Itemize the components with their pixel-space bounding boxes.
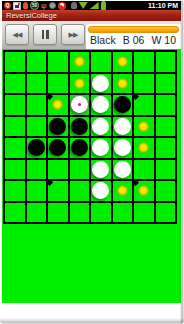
board-cell-f5[interactable] [113,138,133,158]
black-disc [49,139,66,156]
board-cell-b8[interactable] [27,203,47,223]
board-cell-a5[interactable] [5,138,25,158]
legal-move-dot[interactable] [138,185,149,196]
white-disc [114,118,131,135]
board-cell-g5[interactable] [134,138,154,158]
phone-screen: Q 50 ψ 11:10 PM ReversiCollege ◀◀ [2,1,181,303]
score-panel: Black B 06 W 10 [86,24,181,49]
board-cell-g2[interactable] [134,74,154,94]
black-score: B 06 [123,34,145,46]
white-disc [92,75,109,92]
board-cell-d4[interactable] [70,117,90,137]
legal-move-dot[interactable] [74,56,85,67]
board-cell-h6[interactable] [156,160,176,180]
board-cell-a2[interactable] [5,74,25,94]
board-cell-a7[interactable] [5,181,25,201]
signal-icon [90,2,99,9]
board-cell-h4[interactable] [156,117,176,137]
board-cell-d3[interactable] [70,95,90,115]
board-cell-e1[interactable] [91,52,111,72]
rewind-icon: ◀◀ [13,31,22,38]
status-bar: Q 50 ψ 11:10 PM [2,1,181,10]
board-cell-c4[interactable] [48,117,68,137]
person-notification-icon [23,2,28,9]
board-cell-b5[interactable] [27,138,47,158]
app-title: ReversiCollege [6,11,57,20]
board-cell-h5[interactable] [156,138,176,158]
toolbar: ◀◀ ▶▶ Black B 06 W 10 [2,21,181,49]
white-disc [92,139,109,156]
board-cell-f8[interactable] [113,203,133,223]
turn-indicator: Black [90,34,116,46]
battery-icon [101,2,106,10]
last-move-marker [78,103,81,106]
mute-icon [49,2,56,9]
battery-percent-icon: 50 [30,1,39,10]
board-cell-f6[interactable] [113,160,133,180]
white-disc [114,161,131,178]
board-cell-c8[interactable] [48,203,68,223]
legal-move-dot[interactable] [117,185,128,196]
gallery-app-icon [13,2,21,10]
board-cell-d2[interactable] [70,74,90,94]
white-disc [92,118,109,135]
board-cell-e2[interactable] [91,74,111,94]
board-cell-g4[interactable] [134,117,154,137]
board-cell-d7[interactable] [70,181,90,201]
board-cell-h2[interactable] [156,74,176,94]
black-disc [114,96,131,113]
white-disc [114,139,131,156]
wifi-icon [79,2,88,9]
board-cell-b4[interactable] [27,117,47,137]
board-cell-e6[interactable] [91,160,111,180]
progress-bar [88,26,179,33]
board-cell-a1[interactable] [5,52,25,72]
black-disc [49,118,66,135]
board-cell-a8[interactable] [5,203,25,223]
score-row: Black B 06 W 10 [88,33,179,46]
black-disc [71,139,88,156]
white-disc [92,96,109,113]
reversi-board [3,50,177,224]
rewind-button[interactable]: ◀◀ [5,24,29,45]
black-disc [28,139,45,156]
legal-move-dot[interactable] [117,56,128,67]
white-disc [71,96,88,113]
white-score: W 10 [151,34,176,46]
board-cell-b1[interactable] [27,52,47,72]
board-cell-e7[interactable] [91,181,111,201]
legal-move-dot[interactable] [138,142,149,153]
board-cell-g1[interactable] [134,52,154,72]
board-cell-b3[interactable] [27,95,47,115]
forward-icon: ▶▶ [69,31,78,38]
board-cell-d6[interactable] [70,160,90,180]
board-cell-d8[interactable] [70,203,90,223]
legal-move-dot[interactable] [52,99,63,110]
playback-buttons: ◀◀ ▶▶ [2,21,86,49]
board-cell-a4[interactable] [5,117,25,137]
board-cell-b2[interactable] [27,74,47,94]
white-disc [92,161,109,178]
board-cell-g8[interactable] [134,203,154,223]
board-cell-c6[interactable] [48,160,68,180]
bell-icon [71,2,77,9]
black-disc [71,118,88,135]
board-cell-f1[interactable] [113,52,133,72]
board-cell-a3[interactable] [5,95,25,115]
screenshot-frame: Q 50 ψ 11:10 PM ReversiCollege ◀◀ [0,0,184,324]
board-cell-h8[interactable] [156,203,176,223]
board-cell-b7[interactable] [27,181,47,201]
board-cell-b6[interactable] [27,160,47,180]
board-cell-g6[interactable] [134,160,154,180]
board-cell-e5[interactable] [91,138,111,158]
frame-shadow-bottom [0,318,184,324]
app-title-bar: ReversiCollege [2,10,181,21]
board-cell-d5[interactable] [70,138,90,158]
clock-text: 11:10 PM [148,1,178,10]
usb-icon: ψ [41,1,47,10]
board-cell-e3[interactable] [91,95,111,115]
board-cell-f3[interactable] [113,95,133,115]
legal-move-dot[interactable] [74,78,85,89]
board-cell-a6[interactable] [5,160,25,180]
legal-move-dot[interactable] [117,78,128,89]
board-cell-f7[interactable] [113,181,133,201]
board-cell-e4[interactable] [91,117,111,137]
pause-button[interactable] [33,24,57,45]
legal-move-dot[interactable] [138,121,149,132]
board-area [2,49,181,303]
forward-button[interactable]: ▶▶ [61,24,85,45]
board-cell-h3[interactable] [156,95,176,115]
board-cell-c5[interactable] [48,138,68,158]
white-disc [92,182,109,199]
board-cell-c2[interactable] [48,74,68,94]
board-cell-d1[interactable] [70,52,90,72]
board-cell-c1[interactable] [48,52,68,72]
board-cell-f4[interactable] [113,117,133,137]
board-cell-e8[interactable] [91,203,111,223]
board-cell-f2[interactable] [113,74,133,94]
board-cell-h1[interactable] [156,52,176,72]
pause-icon [42,30,49,39]
q-app-icon: Q [4,2,11,9]
sync-icon [58,2,66,10]
board-cell-h7[interactable] [156,181,176,201]
